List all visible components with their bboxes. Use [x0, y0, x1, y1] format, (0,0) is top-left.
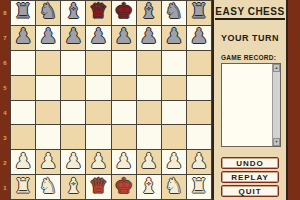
square-f1[interactable]: ♝ — [137, 175, 161, 199]
white-bishop-piece: ♝ — [64, 176, 83, 197]
board: ♜♞♝♛♚♝♞♜♟♟♟♟♟♟♟♟♟♟♟♟♟♟♟♟♜♞♝♛♚♝♞♜ — [10, 0, 212, 200]
square-a7[interactable]: ♟ — [11, 26, 35, 50]
square-f4[interactable] — [137, 101, 161, 125]
square-e2[interactable]: ♟ — [112, 150, 136, 174]
black-queen-piece: ♛ — [89, 1, 108, 22]
square-c3[interactable] — [61, 125, 85, 149]
black-rook-piece: ♜ — [14, 1, 33, 22]
square-d5[interactable] — [86, 76, 110, 100]
square-e3[interactable] — [112, 125, 136, 149]
square-a1[interactable]: ♜ — [11, 175, 35, 199]
square-a6[interactable] — [11, 51, 35, 75]
white-pawn-piece: ♟ — [89, 151, 108, 172]
replay-button[interactable]: REPLAY — [221, 171, 279, 183]
white-bishop-piece: ♝ — [139, 176, 158, 197]
page-title: EASY CHESS — [215, 6, 284, 20]
frame-right-strip — [288, 0, 300, 200]
white-pawn-piece: ♟ — [139, 151, 158, 172]
white-king-piece: ♚ — [114, 176, 133, 197]
black-pawn-piece: ♟ — [139, 26, 158, 47]
white-pawn-piece: ♟ — [114, 151, 133, 172]
square-g5[interactable] — [162, 76, 186, 100]
square-f3[interactable] — [137, 125, 161, 149]
rank-label-5: 5 — [0, 75, 10, 100]
game-record-box: ▲ ▼ — [221, 63, 281, 147]
rank-label-2: 2 — [0, 150, 10, 175]
scroll-up-icon[interactable]: ▲ — [273, 64, 280, 72]
square-g4[interactable] — [162, 101, 186, 125]
square-c8[interactable]: ♝ — [61, 1, 85, 25]
rank-labels: 87654321 — [0, 0, 10, 200]
quit-button[interactable]: QUIT — [221, 185, 279, 197]
square-f8[interactable]: ♝ — [137, 1, 161, 25]
rank-label-1: 1 — [0, 175, 10, 200]
black-pawn-piece: ♟ — [89, 26, 108, 47]
square-e6[interactable] — [112, 51, 136, 75]
rank-label-4: 4 — [0, 100, 10, 125]
white-queen-piece: ♛ — [89, 176, 108, 197]
square-e8[interactable]: ♚ — [112, 1, 136, 25]
square-f6[interactable] — [137, 51, 161, 75]
square-a5[interactable] — [11, 76, 35, 100]
square-d8[interactable]: ♛ — [86, 1, 110, 25]
scroll-down-icon[interactable]: ▼ — [273, 138, 280, 146]
black-rook-piece: ♜ — [190, 1, 209, 22]
black-pawn-piece: ♟ — [39, 26, 58, 47]
black-pawn-piece: ♟ — [114, 26, 133, 47]
record-scrollbar[interactable]: ▲ ▼ — [272, 64, 280, 146]
white-pawn-piece: ♟ — [164, 151, 183, 172]
square-b3[interactable] — [36, 125, 60, 149]
square-h5[interactable] — [187, 76, 211, 100]
square-d6[interactable] — [86, 51, 110, 75]
square-g8[interactable]: ♞ — [162, 1, 186, 25]
square-h2[interactable]: ♟ — [187, 150, 211, 174]
square-b2[interactable]: ♟ — [36, 150, 60, 174]
action-buttons: UNDO REPLAY QUIT — [214, 157, 286, 200]
square-e7[interactable]: ♟ — [112, 26, 136, 50]
black-pawn-piece: ♟ — [14, 26, 33, 47]
square-c5[interactable] — [61, 76, 85, 100]
square-c2[interactable]: ♟ — [61, 150, 85, 174]
square-h7[interactable]: ♟ — [187, 26, 211, 50]
undo-button[interactable]: UNDO — [221, 157, 279, 169]
rank-label-6: 6 — [0, 50, 10, 75]
easy-chess-app: 87654321 ♜♞♝♛♚♝♞♜♟♟♟♟♟♟♟♟♟♟♟♟♟♟♟♟♜♞♝♛♚♝♞… — [0, 0, 300, 200]
square-g1[interactable]: ♞ — [162, 175, 186, 199]
square-c7[interactable]: ♟ — [61, 26, 85, 50]
black-king-piece: ♚ — [114, 1, 133, 22]
game-record-label: GAME RECORD: — [221, 54, 286, 61]
square-h3[interactable] — [187, 125, 211, 149]
black-pawn-piece: ♟ — [190, 26, 209, 47]
square-d7[interactable]: ♟ — [86, 26, 110, 50]
turn-status: YOUR TURN — [221, 33, 279, 43]
square-a4[interactable] — [11, 101, 35, 125]
square-f2[interactable]: ♟ — [137, 150, 161, 174]
square-e4[interactable] — [112, 101, 136, 125]
white-knight-piece: ♞ — [164, 176, 183, 197]
white-pawn-piece: ♟ — [64, 151, 83, 172]
square-c6[interactable] — [61, 51, 85, 75]
square-e1[interactable]: ♚ — [112, 175, 136, 199]
square-b1[interactable]: ♞ — [36, 175, 60, 199]
square-c4[interactable] — [61, 101, 85, 125]
square-d1[interactable]: ♛ — [86, 175, 110, 199]
black-knight-piece: ♞ — [39, 1, 58, 22]
square-b8[interactable]: ♞ — [36, 1, 60, 25]
square-d4[interactable] — [86, 101, 110, 125]
square-a8[interactable]: ♜ — [11, 1, 35, 25]
square-f5[interactable] — [137, 76, 161, 100]
white-knight-piece: ♞ — [39, 176, 58, 197]
square-g6[interactable] — [162, 51, 186, 75]
square-h8[interactable]: ♜ — [187, 1, 211, 25]
square-b4[interactable] — [36, 101, 60, 125]
square-b6[interactable] — [36, 51, 60, 75]
rank-label-8: 8 — [0, 0, 10, 25]
square-c1[interactable]: ♝ — [61, 175, 85, 199]
black-pawn-piece: ♟ — [64, 26, 83, 47]
white-pawn-piece: ♟ — [39, 151, 58, 172]
square-g3[interactable] — [162, 125, 186, 149]
square-b7[interactable]: ♟ — [36, 26, 60, 50]
white-pawn-piece: ♟ — [190, 151, 209, 172]
square-h6[interactable] — [187, 51, 211, 75]
square-a2[interactable]: ♟ — [11, 150, 35, 174]
square-d3[interactable] — [86, 125, 110, 149]
black-pawn-piece: ♟ — [164, 26, 183, 47]
white-rook-piece: ♜ — [190, 176, 209, 197]
square-a3[interactable] — [11, 125, 35, 149]
square-d2[interactable]: ♟ — [86, 150, 110, 174]
white-rook-piece: ♜ — [14, 176, 33, 197]
square-h1[interactable]: ♜ — [187, 175, 211, 199]
rank-label-3: 3 — [0, 125, 10, 150]
square-e5[interactable] — [112, 76, 136, 100]
black-knight-piece: ♞ — [164, 1, 183, 22]
black-bishop-piece: ♝ — [139, 1, 158, 22]
square-h4[interactable] — [187, 101, 211, 125]
square-b5[interactable] — [36, 76, 60, 100]
square-f7[interactable]: ♟ — [137, 26, 161, 50]
white-pawn-piece: ♟ — [14, 151, 33, 172]
game-record-list — [224, 65, 271, 145]
black-bishop-piece: ♝ — [64, 1, 83, 22]
square-g7[interactable]: ♟ — [162, 26, 186, 50]
side-panel: EASY CHESS YOUR TURN GAME RECORD: ▲ ▼ UN… — [212, 0, 288, 200]
rank-label-7: 7 — [0, 25, 10, 50]
square-g2[interactable]: ♟ — [162, 150, 186, 174]
